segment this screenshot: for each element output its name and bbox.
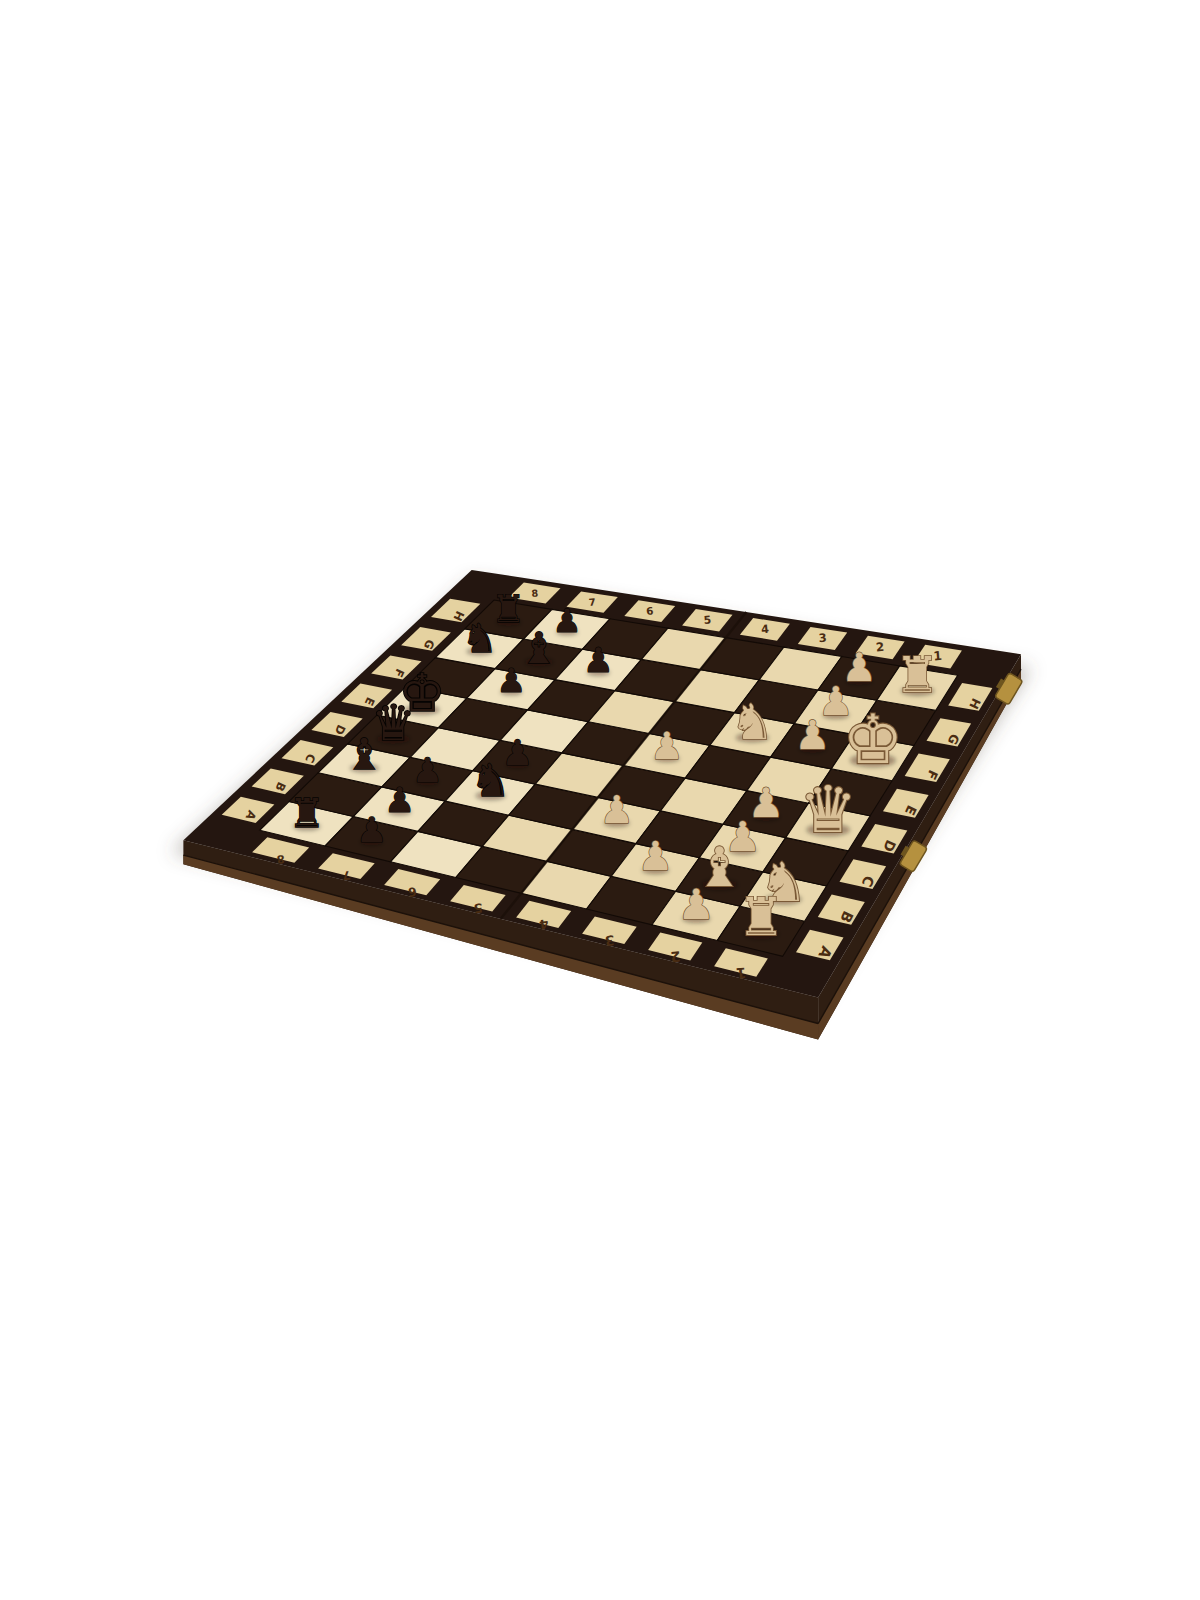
piece-white-rook-h1: ♜: [895, 646, 939, 704]
rank-label-right-7: 7: [588, 596, 596, 608]
piece-black-rook-a8: ♜: [289, 790, 325, 836]
piece-white-queen-d1: ♛: [799, 772, 857, 847]
piece-white-king-f1: ♚: [843, 700, 904, 779]
piece-white-pawn-c4: ♟: [600, 787, 634, 832]
piece-black-pawn-a7: ♟: [356, 810, 387, 850]
piece-black-pawn-f7: ♟: [496, 661, 526, 700]
rank-label-right-4: 4: [761, 623, 770, 637]
piece-black-bishop-c8: ♝: [345, 729, 383, 779]
rank-label-left-3: 3: [604, 932, 615, 949]
rank-label-left-2: 2: [670, 948, 681, 965]
piece-white-pawn-f2: ♟: [795, 712, 831, 758]
piece-white-pawn-e4: ♟: [650, 724, 684, 768]
chess-set-product-photo: AA11BB22CC33DD44EE55FF66GG77HH88♜♟♞♝♟♟♜♟…: [0, 0, 1200, 1600]
piece-black-knight-c6: ♞: [471, 754, 511, 807]
piece-black-knight-g8: ♞: [462, 615, 497, 661]
rank-label-left-1: 1: [735, 964, 747, 982]
rank-label-left-8: 8: [276, 852, 285, 866]
piece-black-pawn-c7: ♟: [412, 750, 442, 790]
piece-white-pawn-a2: ♟: [678, 880, 715, 929]
rank-label-left-6: 6: [407, 884, 417, 899]
piece-white-rook-a1: ♜: [738, 886, 785, 947]
rank-label-right-8: 8: [531, 587, 539, 599]
piece-white-knight-f3: ♞: [730, 694, 774, 751]
piece-black-pawn-b7: ♟: [384, 780, 415, 820]
piece-white-pawn-b3: ♟: [638, 833, 674, 879]
piece-black-pawn-g6: ♟: [583, 640, 614, 680]
rank-label-right-5: 5: [703, 614, 712, 628]
rank-label-right-3: 3: [818, 631, 827, 646]
chessboard: AA11BB22CC33DD44EE55FF66GG77HH88♜♟♞♝♟♟♜♟…: [0, 0, 1200, 1600]
rank-label-left-7: 7: [342, 868, 351, 883]
rank-label-left-4: 4: [539, 916, 550, 932]
rank-label-left-5: 5: [473, 900, 483, 916]
rank-label-right-6: 6: [646, 604, 654, 617]
